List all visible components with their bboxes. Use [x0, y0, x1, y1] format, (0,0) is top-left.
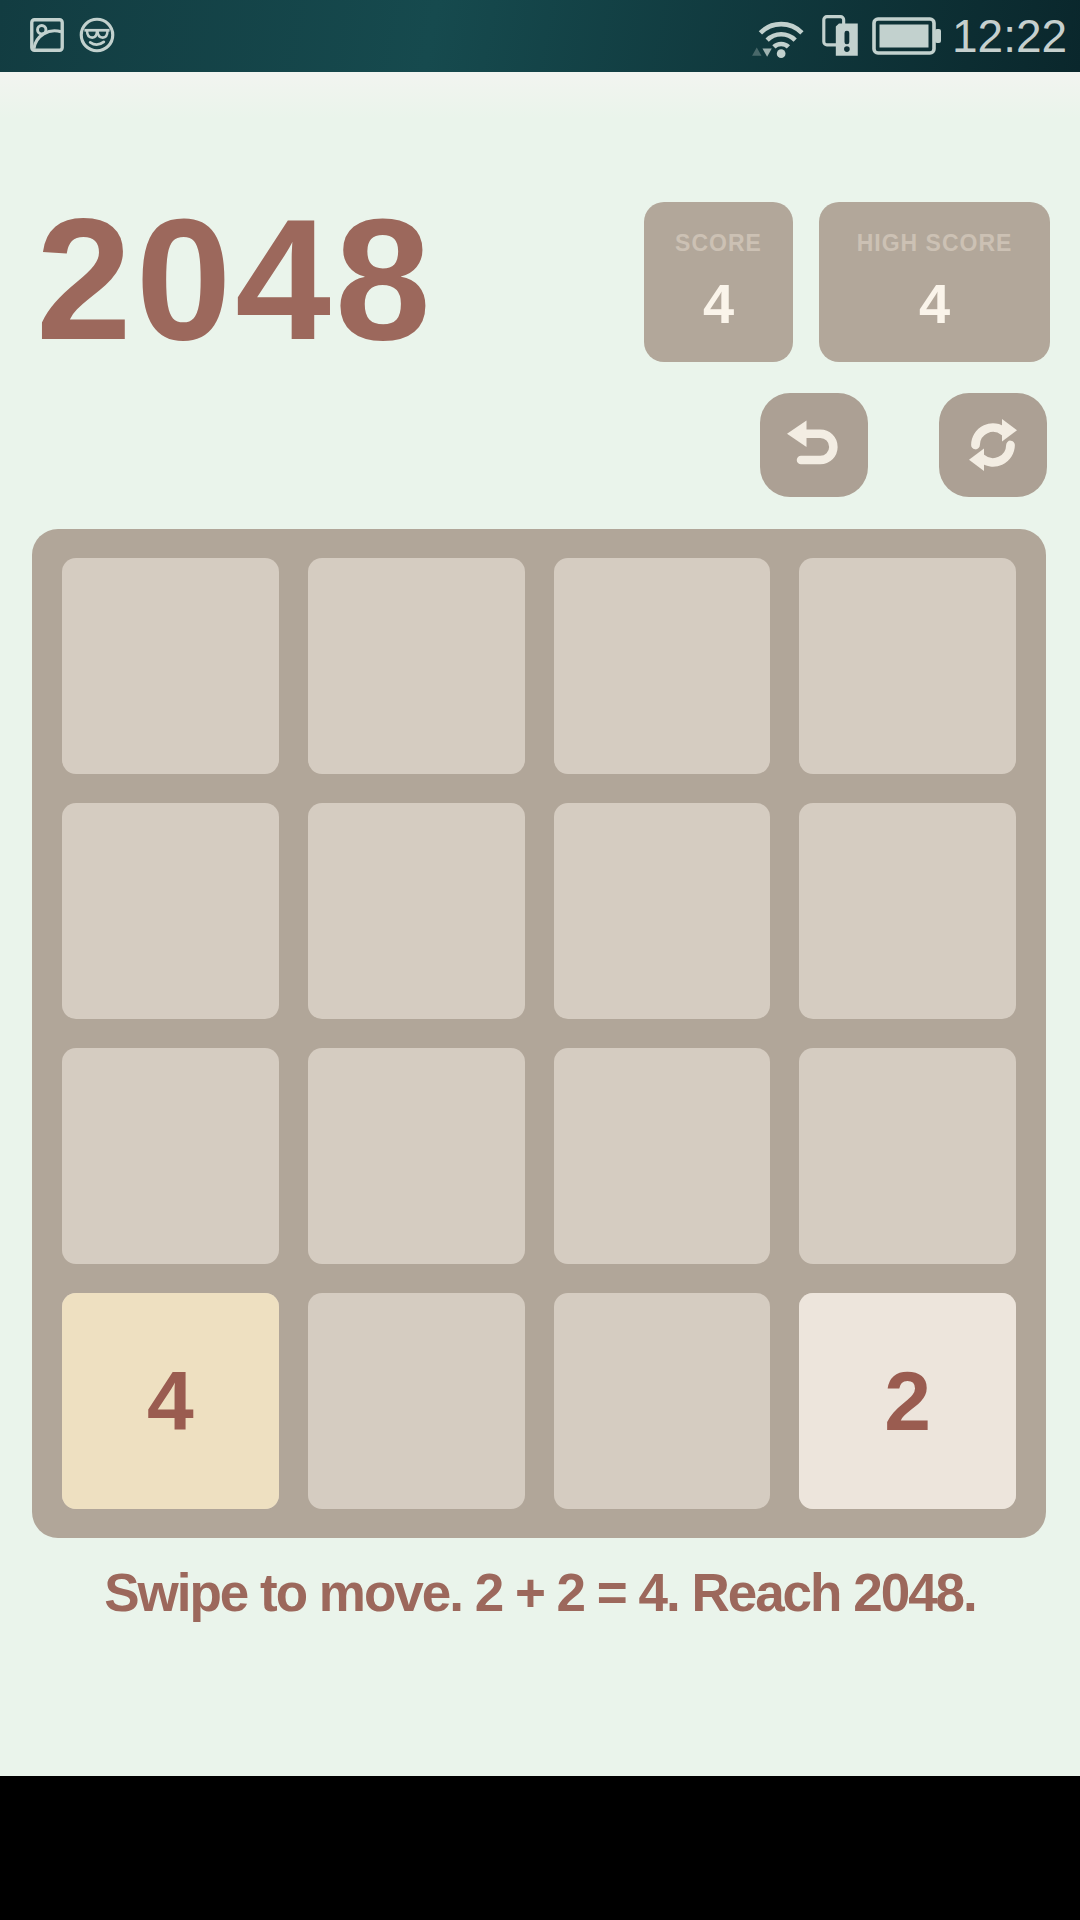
board-cell — [799, 803, 1016, 1019]
sd-card-alert-icon — [820, 13, 860, 59]
tile-4: 4 — [62, 1293, 279, 1509]
score-box: SCORE 4 — [644, 202, 793, 362]
board-cell — [62, 1048, 279, 1264]
board-cell — [554, 1048, 771, 1264]
board-cell — [62, 558, 279, 774]
restart-icon — [963, 415, 1023, 475]
board-cell — [308, 558, 525, 774]
undo-button[interactable] — [760, 393, 868, 497]
battery-icon — [872, 16, 942, 56]
high-score-label: HIGH SCORE — [857, 230, 1013, 257]
board-cell — [799, 1048, 1016, 1264]
score-label: SCORE — [675, 230, 762, 257]
nav-bar — [0, 1776, 1080, 1920]
board-cell — [554, 1293, 771, 1509]
restart-button[interactable] — [939, 393, 1047, 497]
high-score-value: 4 — [919, 271, 950, 336]
score-value: 4 — [703, 271, 734, 336]
high-score-box: HIGH SCORE 4 — [819, 202, 1050, 362]
instructions-text: Swipe to move. 2 + 2 = 4. Reach 2048. — [0, 1562, 1080, 1623]
board-cell — [308, 803, 525, 1019]
status-bar-shadow — [0, 72, 1080, 118]
screenshot-icon — [26, 14, 68, 56]
board-cell: 4 — [62, 1293, 279, 1509]
board-cell: 2 — [799, 1293, 1016, 1509]
status-time: 12:22 — [952, 0, 1067, 72]
page-title: 2048 — [36, 193, 435, 365]
board-cell — [308, 1048, 525, 1264]
cool-face-icon — [76, 14, 118, 56]
screen: 12:22 2048 SCORE 4 HIGH SCORE 4 42 S — [0, 0, 1080, 1920]
status-bar: 12:22 — [0, 0, 1080, 72]
board-cell — [308, 1293, 525, 1509]
undo-icon — [784, 415, 844, 475]
board-cell — [554, 803, 771, 1019]
tile-2: 2 — [799, 1293, 1016, 1509]
board-cell — [62, 803, 279, 1019]
board-cell — [554, 558, 771, 774]
board-grid[interactable]: 42 — [32, 529, 1046, 1538]
wifi-icon — [750, 12, 804, 60]
board-cell — [799, 558, 1016, 774]
